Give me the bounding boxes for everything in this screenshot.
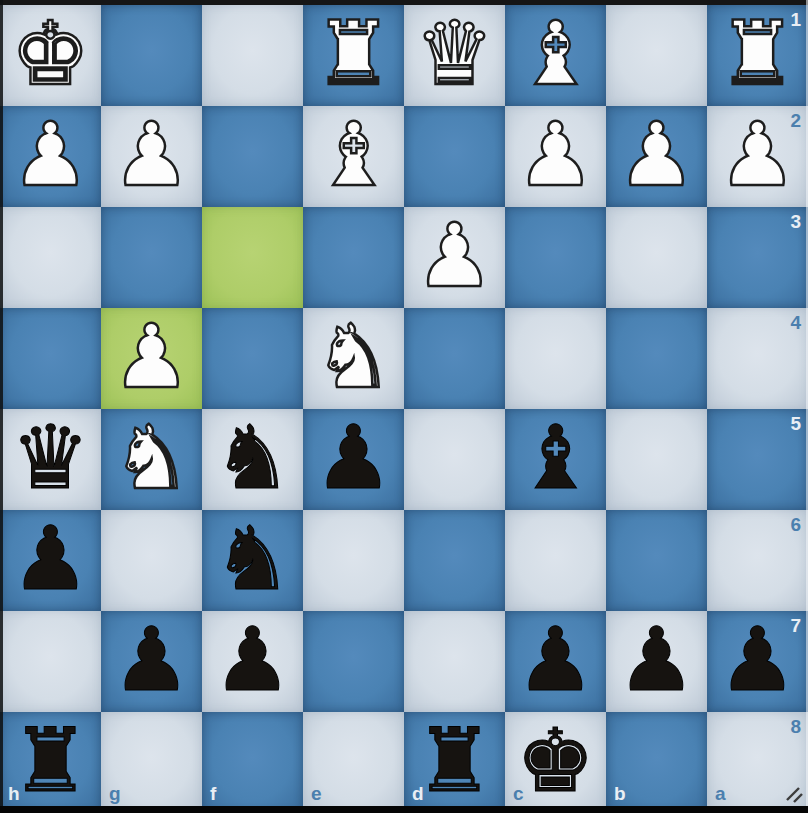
square-b3[interactable] [606, 207, 707, 308]
board-top-border [0, 0, 808, 5]
square-g2[interactable]: ♟ [101, 106, 202, 207]
square-h1[interactable]: ♚ [0, 5, 101, 106]
square-a3[interactable]: 3 [707, 207, 808, 308]
square-a7[interactable]: ♟7 [707, 611, 808, 712]
square-h8[interactable]: ♜h [0, 712, 101, 813]
board-bottom-border [0, 806, 808, 813]
white-pawn[interactable]: ♟ [112, 104, 191, 205]
square-c7[interactable]: ♟ [505, 611, 606, 712]
square-a6[interactable]: 6 [707, 510, 808, 611]
square-e3[interactable] [303, 207, 404, 308]
black-pawn[interactable]: ♟ [11, 508, 90, 609]
white-bishop[interactable]: ♝ [314, 104, 393, 205]
black-knight[interactable]: ♞ [213, 508, 292, 609]
white-pawn[interactable]: ♟ [516, 104, 595, 205]
chess-board-window: ♚♜♛♝♜1♟♟♝♟♟♟2♟3♟♞4♛♞♞♟♝5♟♞6♟♟♟♟♟7♜hgfe♜d… [0, 0, 808, 813]
square-c3[interactable] [505, 207, 606, 308]
square-c8[interactable]: ♚c [505, 712, 606, 813]
black-pawn[interactable]: ♟ [112, 609, 191, 710]
square-a2[interactable]: ♟2 [707, 106, 808, 207]
file-label-g: g [109, 784, 121, 803]
file-label-f: f [210, 784, 216, 803]
square-c2[interactable]: ♟ [505, 106, 606, 207]
square-h2[interactable]: ♟ [0, 106, 101, 207]
black-bishop[interactable]: ♝ [516, 407, 595, 508]
square-g1[interactable] [101, 5, 202, 106]
white-king[interactable]: ♚ [11, 3, 90, 104]
file-label-e: e [311, 784, 322, 803]
white-pawn[interactable]: ♟ [11, 104, 90, 205]
white-bishop[interactable]: ♝ [516, 3, 595, 104]
square-d5[interactable] [404, 409, 505, 510]
black-pawn[interactable]: ♟ [213, 609, 292, 710]
white-pawn[interactable]: ♟ [617, 104, 696, 205]
black-rook[interactable]: ♜ [415, 710, 494, 811]
file-label-b: b [614, 784, 626, 803]
square-g7[interactable]: ♟ [101, 611, 202, 712]
square-a1[interactable]: ♜1 [707, 5, 808, 106]
square-d6[interactable] [404, 510, 505, 611]
black-pawn[interactable]: ♟ [314, 407, 393, 508]
rank-label-2: 2 [790, 111, 801, 130]
square-h5[interactable]: ♛ [0, 409, 101, 510]
square-g6[interactable] [101, 510, 202, 611]
square-f7[interactable]: ♟ [202, 611, 303, 712]
square-f2[interactable] [202, 106, 303, 207]
square-c4[interactable] [505, 308, 606, 409]
white-knight[interactable]: ♞ [112, 407, 191, 508]
square-c5[interactable]: ♝ [505, 409, 606, 510]
square-a4[interactable]: 4 [707, 308, 808, 409]
square-f4[interactable] [202, 308, 303, 409]
square-c1[interactable]: ♝ [505, 5, 606, 106]
square-d4[interactable] [404, 308, 505, 409]
square-d7[interactable] [404, 611, 505, 712]
square-f6[interactable]: ♞ [202, 510, 303, 611]
square-e1[interactable]: ♜ [303, 5, 404, 106]
square-h4[interactable] [0, 308, 101, 409]
square-h3[interactable] [0, 207, 101, 308]
square-h7[interactable] [0, 611, 101, 712]
resize-handle-icon[interactable] [784, 784, 804, 804]
square-d8[interactable]: ♜d [404, 712, 505, 813]
square-g3[interactable] [101, 207, 202, 308]
square-f5[interactable]: ♞ [202, 409, 303, 510]
square-f8[interactable]: f [202, 712, 303, 813]
file-label-d: d [412, 784, 424, 803]
square-g5[interactable]: ♞ [101, 409, 202, 510]
white-pawn[interactable]: ♟ [112, 306, 191, 407]
white-knight[interactable]: ♞ [314, 306, 393, 407]
square-b7[interactable]: ♟ [606, 611, 707, 712]
rank-label-6: 6 [790, 515, 801, 534]
black-pawn[interactable]: ♟ [617, 609, 696, 710]
file-label-a: a [715, 784, 726, 803]
square-f3[interactable] [202, 207, 303, 308]
white-pawn[interactable]: ♟ [415, 205, 494, 306]
square-g4[interactable]: ♟ [101, 308, 202, 409]
black-pawn[interactable]: ♟ [516, 609, 595, 710]
square-d1[interactable]: ♛ [404, 5, 505, 106]
black-rook[interactable]: ♜ [11, 710, 90, 811]
square-g8[interactable]: g [101, 712, 202, 813]
square-c6[interactable] [505, 510, 606, 611]
square-a5[interactable]: 5 [707, 409, 808, 510]
rank-label-1: 1 [790, 10, 801, 29]
rank-label-7: 7 [790, 616, 801, 635]
rank-label-8: 8 [790, 717, 801, 736]
file-label-h: h [8, 784, 20, 803]
square-h6[interactable]: ♟ [0, 510, 101, 611]
black-queen[interactable]: ♛ [11, 407, 90, 508]
square-d3[interactable]: ♟ [404, 207, 505, 308]
square-b1[interactable] [606, 5, 707, 106]
board-left-border [0, 0, 3, 813]
black-knight[interactable]: ♞ [213, 407, 292, 508]
square-e8[interactable]: e [303, 712, 404, 813]
chess-board: ♚♜♛♝♜1♟♟♝♟♟♟2♟3♟♞4♛♞♞♟♝5♟♞6♟♟♟♟♟7♜hgfe♜d… [0, 5, 808, 813]
rank-label-5: 5 [790, 414, 801, 433]
file-label-c: c [513, 784, 524, 803]
square-b4[interactable] [606, 308, 707, 409]
square-b5[interactable] [606, 409, 707, 510]
square-e4[interactable]: ♞ [303, 308, 404, 409]
black-king[interactable]: ♚ [516, 710, 595, 811]
square-b2[interactable]: ♟ [606, 106, 707, 207]
square-e7[interactable] [303, 611, 404, 712]
square-e6[interactable] [303, 510, 404, 611]
white-pawn[interactable]: ♟ [718, 104, 797, 205]
white-rook[interactable]: ♜ [718, 3, 797, 104]
square-f1[interactable] [202, 5, 303, 106]
rank-label-4: 4 [790, 313, 801, 332]
black-pawn[interactable]: ♟ [718, 609, 797, 710]
square-d2[interactable] [404, 106, 505, 207]
white-rook[interactable]: ♜ [314, 3, 393, 104]
square-e2[interactable]: ♝ [303, 106, 404, 207]
square-b6[interactable] [606, 510, 707, 611]
square-e5[interactable]: ♟ [303, 409, 404, 510]
rank-label-3: 3 [790, 212, 801, 231]
white-queen[interactable]: ♛ [415, 3, 494, 104]
square-b8[interactable]: b [606, 712, 707, 813]
